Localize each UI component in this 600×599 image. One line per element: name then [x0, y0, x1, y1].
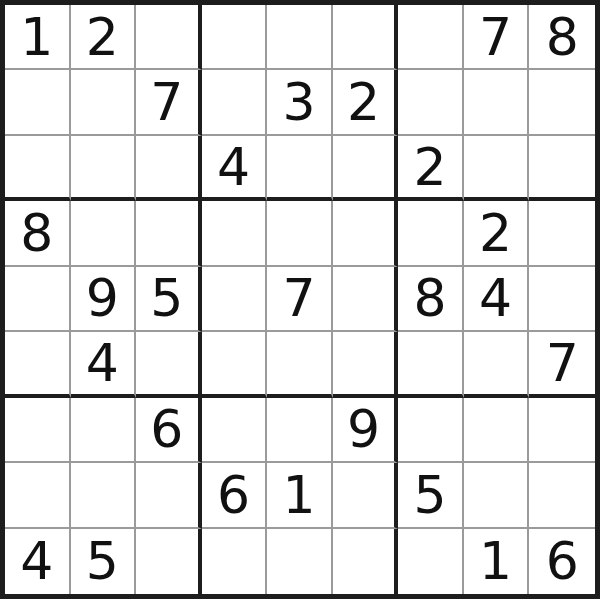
cell-r1c5[interactable] — [267, 5, 333, 70]
cell-r6c5[interactable] — [267, 332, 333, 397]
cell-r2c5[interactable]: 3 — [267, 70, 333, 135]
cell-r4c9[interactable] — [529, 201, 595, 266]
cell-r9c6[interactable] — [333, 529, 399, 594]
cell-r1c8[interactable]: 7 — [464, 5, 530, 70]
cell-r8c7[interactable]: 5 — [398, 463, 464, 528]
cell-r3c5[interactable] — [267, 136, 333, 201]
cell-r4c7[interactable] — [398, 201, 464, 266]
cell-r3c1[interactable] — [5, 136, 71, 201]
cell-r6c9[interactable]: 7 — [529, 332, 595, 397]
cell-r8c8[interactable] — [464, 463, 530, 528]
cell-r2c2[interactable] — [71, 70, 137, 135]
cell-r8c1[interactable] — [5, 463, 71, 528]
cell-r4c8[interactable]: 2 — [464, 201, 530, 266]
cell-r6c2[interactable]: 4 — [71, 332, 137, 397]
cell-r3c8[interactable] — [464, 136, 530, 201]
cell-r2c7[interactable] — [398, 70, 464, 135]
cell-r1c6[interactable] — [333, 5, 399, 70]
cell-r7c3[interactable]: 6 — [136, 398, 202, 463]
cell-r7c5[interactable] — [267, 398, 333, 463]
cell-r2c8[interactable] — [464, 70, 530, 135]
cell-r9c1[interactable]: 4 — [5, 529, 71, 594]
cell-r5c5[interactable]: 7 — [267, 267, 333, 332]
cell-r8c3[interactable] — [136, 463, 202, 528]
cell-r2c1[interactable] — [5, 70, 71, 135]
cell-r3c3[interactable] — [136, 136, 202, 201]
cell-r8c2[interactable] — [71, 463, 137, 528]
cell-r5c7[interactable]: 8 — [398, 267, 464, 332]
cell-r9c2[interactable]: 5 — [71, 529, 137, 594]
cell-r4c6[interactable] — [333, 201, 399, 266]
cell-r6c1[interactable] — [5, 332, 71, 397]
cell-r1c2[interactable]: 2 — [71, 5, 137, 70]
cell-r7c8[interactable] — [464, 398, 530, 463]
cell-r5c3[interactable]: 5 — [136, 267, 202, 332]
cell-r3c4[interactable]: 4 — [202, 136, 268, 201]
cell-r3c9[interactable] — [529, 136, 595, 201]
cell-r3c6[interactable] — [333, 136, 399, 201]
cell-r2c4[interactable] — [202, 70, 268, 135]
cell-r5c8[interactable]: 4 — [464, 267, 530, 332]
cell-r9c8[interactable]: 1 — [464, 529, 530, 594]
cell-r8c9[interactable] — [529, 463, 595, 528]
cell-r7c4[interactable] — [202, 398, 268, 463]
cell-r5c2[interactable]: 9 — [71, 267, 137, 332]
sudoku-board: 127873242829578447696154516 — [0, 0, 600, 599]
cell-r1c7[interactable] — [398, 5, 464, 70]
cell-r3c2[interactable] — [71, 136, 137, 201]
cell-r9c3[interactable] — [136, 529, 202, 594]
cell-r2c3[interactable]: 7 — [136, 70, 202, 135]
cell-r8c5[interactable]: 1 — [267, 463, 333, 528]
cell-r1c9[interactable]: 8 — [529, 5, 595, 70]
cell-r2c9[interactable] — [529, 70, 595, 135]
cell-r8c4[interactable]: 6 — [202, 463, 268, 528]
cell-r9c4[interactable] — [202, 529, 268, 594]
cell-r9c5[interactable] — [267, 529, 333, 594]
cell-r1c3[interactable] — [136, 5, 202, 70]
cell-r1c4[interactable] — [202, 5, 268, 70]
cell-r6c7[interactable] — [398, 332, 464, 397]
cell-r9c7[interactable] — [398, 529, 464, 594]
cell-r9c9[interactable]: 6 — [529, 529, 595, 594]
cell-r7c9[interactable] — [529, 398, 595, 463]
cell-r7c7[interactable] — [398, 398, 464, 463]
cell-r6c3[interactable] — [136, 332, 202, 397]
cell-r4c1[interactable]: 8 — [5, 201, 71, 266]
cell-r1c1[interactable]: 1 — [5, 5, 71, 70]
cell-r8c6[interactable] — [333, 463, 399, 528]
cell-r3c7[interactable]: 2 — [398, 136, 464, 201]
cell-r5c6[interactable] — [333, 267, 399, 332]
cell-r6c6[interactable] — [333, 332, 399, 397]
cell-r2c6[interactable]: 2 — [333, 70, 399, 135]
cell-r4c3[interactable] — [136, 201, 202, 266]
cell-r4c4[interactable] — [202, 201, 268, 266]
cell-r7c6[interactable]: 9 — [333, 398, 399, 463]
cell-r7c1[interactable] — [5, 398, 71, 463]
cell-r6c4[interactable] — [202, 332, 268, 397]
cell-r5c1[interactable] — [5, 267, 71, 332]
cell-r5c4[interactable] — [202, 267, 268, 332]
cell-r4c2[interactable] — [71, 201, 137, 266]
cell-r7c2[interactable] — [71, 398, 137, 463]
cell-r6c8[interactable] — [464, 332, 530, 397]
cell-r4c5[interactable] — [267, 201, 333, 266]
cell-r5c9[interactable] — [529, 267, 595, 332]
